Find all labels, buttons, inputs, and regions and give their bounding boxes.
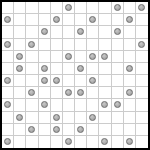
circle-clue <box>101 138 108 145</box>
cell-r1c2[interactable] <box>14 2 26 14</box>
circle-clue <box>138 4 145 11</box>
circle-clue <box>65 138 72 145</box>
cell-r7c5[interactable] <box>51 75 63 87</box>
cell-r6c10[interactable] <box>112 63 124 75</box>
cell-r2c7[interactable] <box>75 14 87 26</box>
cell-r8c4[interactable] <box>39 87 51 99</box>
cell-r1c4[interactable] <box>39 2 51 14</box>
circle-clue <box>65 89 72 96</box>
cell-r8c10[interactable] <box>112 87 124 99</box>
cell-r4c7[interactable] <box>75 39 87 51</box>
cell-r4c8[interactable] <box>87 39 99 51</box>
circle-clue <box>28 89 35 96</box>
cell-r9c6[interactable] <box>63 99 75 111</box>
cell-r9c3[interactable] <box>26 99 38 111</box>
cell-r3c7[interactable] <box>75 26 87 38</box>
circle-clue <box>41 65 48 72</box>
cell-r5c6[interactable] <box>63 51 75 63</box>
cell-r10c10[interactable] <box>112 112 124 124</box>
cell-r4c12[interactable] <box>136 39 148 51</box>
cell-r11c6[interactable] <box>63 124 75 136</box>
cell-r12c6[interactable] <box>63 136 75 148</box>
cell-r6c1[interactable] <box>2 63 14 75</box>
cell-r3c4[interactable] <box>39 26 51 38</box>
cell-r9c9[interactable] <box>99 99 111 111</box>
cell-r10c12[interactable] <box>136 112 148 124</box>
cell-r11c4[interactable] <box>39 124 51 136</box>
cell-r8c1[interactable] <box>2 87 14 99</box>
cell-r11c9[interactable] <box>99 124 111 136</box>
circle-clue <box>89 77 96 84</box>
cell-r6c7[interactable] <box>75 63 87 75</box>
cell-r6c5[interactable] <box>51 63 63 75</box>
cell-r12c4[interactable] <box>39 136 51 148</box>
cell-r6c2[interactable] <box>14 63 26 75</box>
cell-r5c2[interactable] <box>14 51 26 63</box>
cell-r7c4[interactable] <box>39 75 51 87</box>
cell-r8c12[interactable] <box>136 87 148 99</box>
cell-r11c12[interactable] <box>136 124 148 136</box>
cell-r1c12[interactable] <box>136 2 148 14</box>
cell-r3c9[interactable] <box>99 26 111 38</box>
circle-clue <box>101 53 108 60</box>
cell-r11c2[interactable] <box>14 124 26 136</box>
cell-r1c3[interactable] <box>26 2 38 14</box>
cell-r7c2[interactable] <box>14 75 26 87</box>
cell-r7c3[interactable] <box>26 75 38 87</box>
circle-clue <box>77 65 84 72</box>
cell-r3c8[interactable] <box>87 26 99 38</box>
circle-clue <box>28 126 35 133</box>
cell-r9c10[interactable] <box>112 99 124 111</box>
cell-r2c5[interactable] <box>51 14 63 26</box>
cell-r1c11[interactable] <box>124 2 136 14</box>
cell-r1c10[interactable] <box>112 2 124 14</box>
circle-clue <box>77 126 84 133</box>
cell-r2c9[interactable] <box>99 14 111 26</box>
circle-clue <box>16 65 23 72</box>
cell-r4c4[interactable] <box>39 39 51 51</box>
cell-r10c9[interactable] <box>99 112 111 124</box>
circle-clue <box>114 4 121 11</box>
cell-r5c1[interactable] <box>2 51 14 63</box>
cell-r10c3[interactable] <box>26 112 38 124</box>
cell-r10c11[interactable] <box>124 112 136 124</box>
circle-clue <box>114 28 121 35</box>
circle-clue <box>65 53 72 60</box>
cell-r2c1[interactable] <box>2 14 14 26</box>
cell-r1c9[interactable] <box>99 2 111 14</box>
cell-r8c11[interactable] <box>124 87 136 99</box>
cell-r5c9[interactable] <box>99 51 111 63</box>
cell-r11c7[interactable] <box>75 124 87 136</box>
cell-r12c5[interactable] <box>51 136 63 148</box>
cell-r3c5[interactable] <box>51 26 63 38</box>
cell-r1c7[interactable] <box>75 2 87 14</box>
cell-r7c12[interactable] <box>136 75 148 87</box>
cell-r7c8[interactable] <box>87 75 99 87</box>
cell-r9c1[interactable] <box>2 99 14 111</box>
cell-r8c6[interactable] <box>63 87 75 99</box>
cell-r7c11[interactable] <box>124 75 136 87</box>
cell-r12c10[interactable] <box>112 136 124 148</box>
circle-clue <box>114 101 121 108</box>
cell-r12c11[interactable] <box>124 136 136 148</box>
cell-r5c11[interactable] <box>124 51 136 63</box>
cell-r3c11[interactable] <box>124 26 136 38</box>
circle-clue <box>53 126 60 133</box>
circle-clue <box>138 41 145 48</box>
cell-r4c1[interactable] <box>2 39 14 51</box>
cell-r6c4[interactable] <box>39 63 51 75</box>
circle-clue <box>126 89 133 96</box>
circle-clue <box>4 138 11 145</box>
circle-clue <box>89 53 96 60</box>
cell-r4c5[interactable] <box>51 39 63 51</box>
circle-clue <box>28 41 35 48</box>
cell-r9c2[interactable] <box>14 99 26 111</box>
circle-clue <box>65 4 72 11</box>
cell-r2c3[interactable] <box>26 14 38 26</box>
circle-clue <box>77 28 84 35</box>
cell-r8c7[interactable] <box>75 87 87 99</box>
cell-r4c2[interactable] <box>14 39 26 51</box>
circle-clue <box>89 114 96 121</box>
cell-r2c10[interactable] <box>112 14 124 26</box>
cell-r3c1[interactable] <box>2 26 14 38</box>
cell-r12c1[interactable] <box>2 136 14 148</box>
cell-r6c9[interactable] <box>99 63 111 75</box>
cell-r7c9[interactable] <box>99 75 111 87</box>
cell-r5c4[interactable] <box>39 51 51 63</box>
cell-r10c7[interactable] <box>75 112 87 124</box>
cell-r8c5[interactable] <box>51 87 63 99</box>
cell-r5c12[interactable] <box>136 51 148 63</box>
circle-clue <box>126 138 133 145</box>
cell-r11c3[interactable] <box>26 124 38 136</box>
cell-r9c5[interactable] <box>51 99 63 111</box>
cell-r11c11[interactable] <box>124 124 136 136</box>
circle-clue <box>4 16 11 23</box>
cell-r4c10[interactable] <box>112 39 124 51</box>
cell-r5c5[interactable] <box>51 51 63 63</box>
cell-r8c3[interactable] <box>26 87 38 99</box>
cell-r6c6[interactable] <box>63 63 75 75</box>
cell-r12c2[interactable] <box>14 136 26 148</box>
cell-r5c7[interactable] <box>75 51 87 63</box>
cell-r12c7[interactable] <box>75 136 87 148</box>
circle-clue <box>53 77 60 84</box>
circle-clue <box>16 53 23 60</box>
cell-r5c3[interactable] <box>26 51 38 63</box>
cell-r9c12[interactable] <box>136 99 148 111</box>
cell-r5c8[interactable] <box>87 51 99 63</box>
circle-clue <box>89 16 96 23</box>
cell-r3c10[interactable] <box>112 26 124 38</box>
cell-r10c2[interactable] <box>14 112 26 124</box>
cell-r9c8[interactable] <box>87 99 99 111</box>
cell-r10c6[interactable] <box>63 112 75 124</box>
cell-r7c7[interactable] <box>75 75 87 87</box>
cell-r4c3[interactable] <box>26 39 38 51</box>
cell-r2c6[interactable] <box>63 14 75 26</box>
cell-r4c9[interactable] <box>99 39 111 51</box>
cell-r3c2[interactable] <box>14 26 26 38</box>
circle-clue <box>101 101 108 108</box>
cell-r2c12[interactable] <box>136 14 148 26</box>
cell-r3c12[interactable] <box>136 26 148 38</box>
cell-r1c8[interactable] <box>87 2 99 14</box>
cell-r11c8[interactable] <box>87 124 99 136</box>
cell-r9c11[interactable] <box>124 99 136 111</box>
cell-r10c4[interactable] <box>39 112 51 124</box>
circle-clue <box>126 16 133 23</box>
cell-r1c6[interactable] <box>63 2 75 14</box>
circle-clue <box>4 41 11 48</box>
circle-clue <box>4 101 11 108</box>
circle-clue <box>16 114 23 121</box>
cell-r12c8[interactable] <box>87 136 99 148</box>
circle-clue <box>77 89 84 96</box>
cell-r11c10[interactable] <box>112 124 124 136</box>
cell-r6c3[interactable] <box>26 63 38 75</box>
circle-clue <box>53 114 60 121</box>
cell-r7c6[interactable] <box>63 75 75 87</box>
circle-clue <box>126 65 133 72</box>
cell-r11c1[interactable] <box>2 124 14 136</box>
cell-r5c10[interactable] <box>112 51 124 63</box>
cell-r12c9[interactable] <box>99 136 111 148</box>
cell-r7c1[interactable] <box>2 75 14 87</box>
cell-r9c4[interactable] <box>39 99 51 111</box>
cell-r8c8[interactable] <box>87 87 99 99</box>
cell-r6c12[interactable] <box>136 63 148 75</box>
cell-r2c8[interactable] <box>87 14 99 26</box>
cell-r2c2[interactable] <box>14 14 26 26</box>
cell-r2c11[interactable] <box>124 14 136 26</box>
cell-r3c6[interactable] <box>63 26 75 38</box>
cell-r10c1[interactable] <box>2 112 14 124</box>
circle-clue <box>41 28 48 35</box>
cell-r6c8[interactable] <box>87 63 99 75</box>
puzzle-board <box>0 0 150 150</box>
cell-r11c5[interactable] <box>51 124 63 136</box>
circle-clue <box>4 77 11 84</box>
cell-r12c3[interactable] <box>26 136 38 148</box>
cell-r10c8[interactable] <box>87 112 99 124</box>
cell-r10c5[interactable] <box>51 112 63 124</box>
cell-r9c7[interactable] <box>75 99 87 111</box>
cell-r4c6[interactable] <box>63 39 75 51</box>
cell-r1c1[interactable] <box>2 2 14 14</box>
circle-clue <box>41 77 48 84</box>
cell-r2c4[interactable] <box>39 14 51 26</box>
cell-r6c11[interactable] <box>124 63 136 75</box>
cell-r1c5[interactable] <box>51 2 63 14</box>
cell-r4c11[interactable] <box>124 39 136 51</box>
cell-r12c12[interactable] <box>136 136 148 148</box>
cell-r8c9[interactable] <box>99 87 111 99</box>
cell-r3c3[interactable] <box>26 26 38 38</box>
cell-r7c10[interactable] <box>112 75 124 87</box>
circle-clue <box>41 101 48 108</box>
cell-r8c2[interactable] <box>14 87 26 99</box>
circle-clue <box>53 16 60 23</box>
